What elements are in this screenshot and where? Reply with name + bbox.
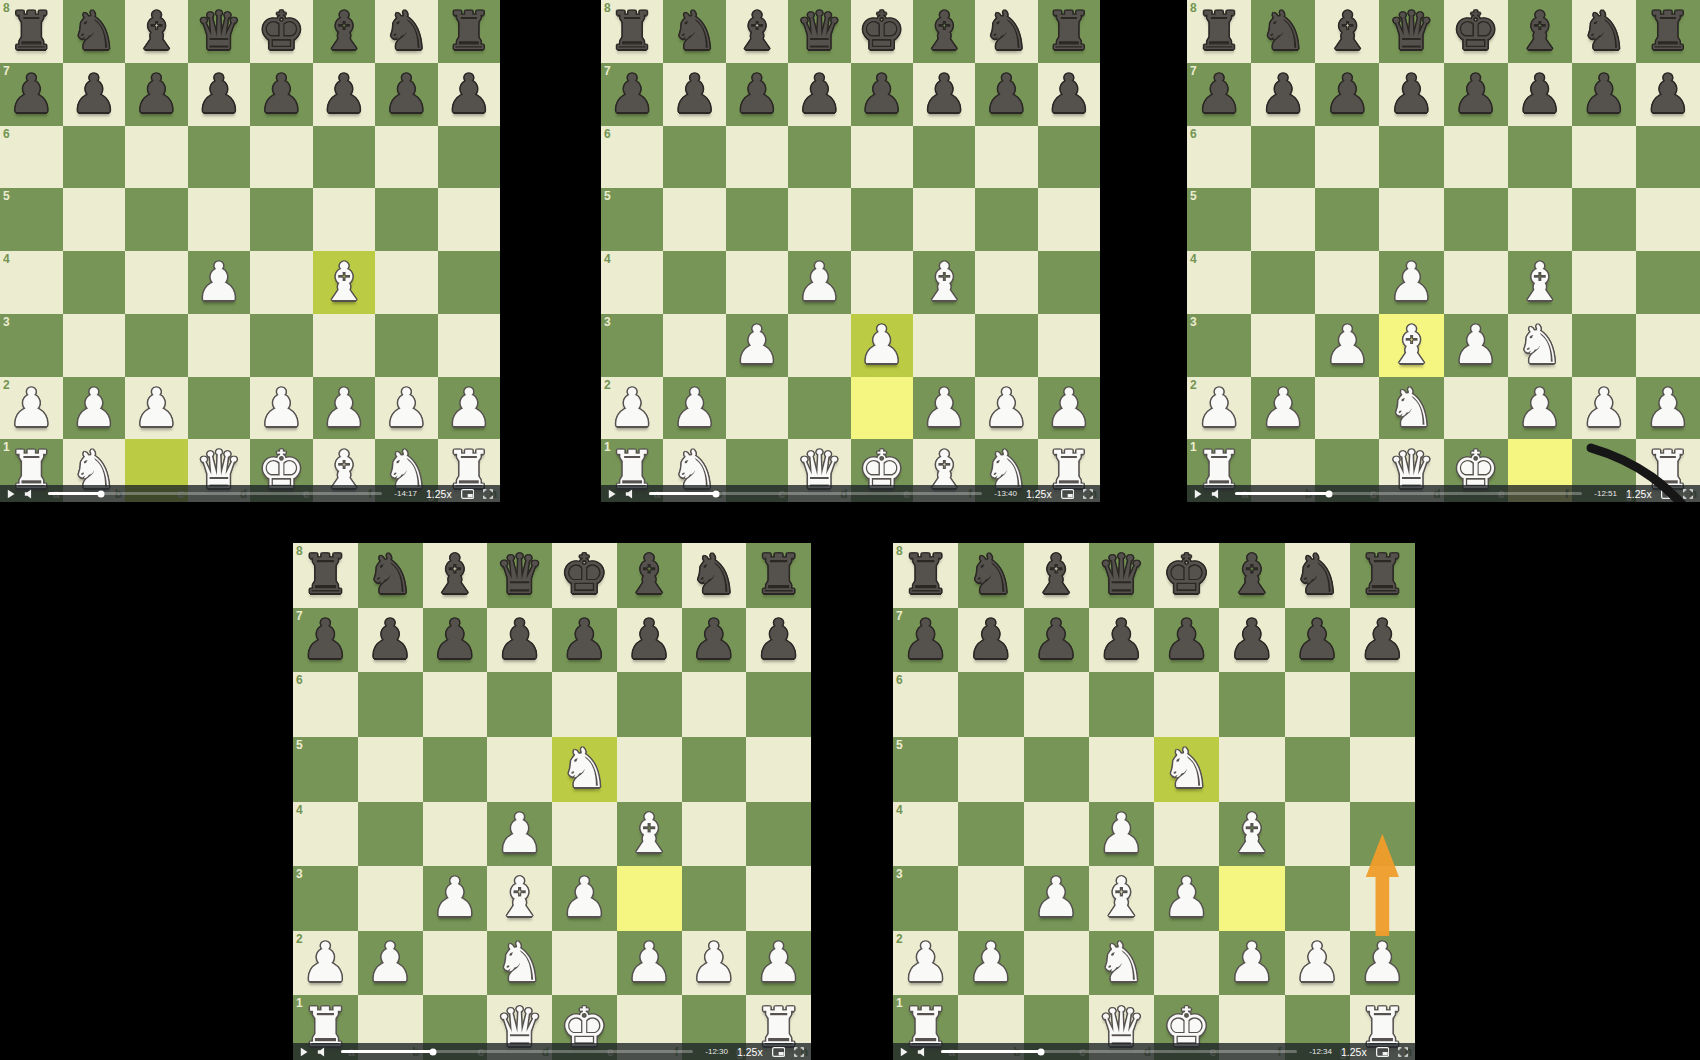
square-a2: 2♟	[1187, 377, 1251, 440]
time-remaining: -12:30	[705, 1047, 728, 1056]
rank-label-2: 2	[896, 932, 903, 946]
square-h2: ♟	[1038, 377, 1100, 440]
square-e8: ♚	[250, 0, 313, 63]
square-d4: ♟	[788, 251, 850, 314]
square-c4	[125, 251, 188, 314]
square-c6	[423, 672, 488, 737]
piece-white-pawn-a2: ♟	[609, 382, 656, 435]
chess-board-video-3[interactable]: 8♜♞♝♛♚♝♞♜7♟♟♟♟♟♟♟♟654♟♝3♟♝♟♞2♟♟♞♟♟♟1a♜bc…	[1187, 0, 1700, 502]
piece-black-pawn-d7: ♟	[1388, 68, 1435, 121]
square-f7: ♟	[617, 608, 682, 673]
play-icon[interactable]	[1194, 489, 1202, 499]
square-e2	[1444, 377, 1508, 440]
play-icon[interactable]	[608, 489, 616, 499]
piece-white-bishop-d3: ♝	[495, 871, 544, 925]
square-c8: ♝	[726, 0, 788, 63]
rank-label-4: 4	[1190, 252, 1197, 266]
rank-label-5: 5	[3, 189, 10, 203]
square-a8: 8♜	[293, 543, 358, 608]
piece-black-rook-h8: ♜	[1045, 5, 1092, 58]
square-d6	[188, 126, 251, 189]
piece-white-pawn-e2: ♟	[258, 382, 305, 435]
piece-black-king-e8: ♚	[560, 548, 609, 602]
volume-icon[interactable]	[917, 1047, 929, 1057]
square-h4	[1350, 802, 1415, 867]
piece-white-pawn-c3: ♟	[733, 319, 780, 372]
chess-board-video-4[interactable]: 8♜♞♝♛♚♝♞♜7♟♟♟♟♟♟♟♟65♞4♟♝3♟♝♟2♟♟♞♟♟♟1a♜bc…	[293, 543, 811, 1060]
piece-black-pawn-h7: ♟	[754, 613, 803, 667]
picture-in-picture-icon[interactable]	[772, 1047, 785, 1057]
square-h5	[1636, 188, 1700, 251]
square-e3: ♟	[851, 314, 913, 377]
square-g4	[1285, 802, 1350, 867]
square-a3: 3	[0, 314, 63, 377]
play-icon[interactable]	[7, 489, 15, 499]
square-g7: ♟	[1572, 63, 1636, 126]
square-d8: ♛	[188, 0, 251, 63]
piece-black-pawn-g7: ♟	[690, 613, 739, 667]
piece-white-pawn-d4: ♟	[796, 256, 843, 309]
square-g4	[975, 251, 1037, 314]
square-d5	[188, 188, 251, 251]
piece-white-bishop-f4: ♝	[1228, 807, 1277, 861]
piece-black-queen-d8: ♛	[796, 5, 843, 58]
square-d8: ♛	[788, 0, 850, 63]
progress-bar[interactable]	[941, 1050, 1297, 1053]
piece-white-knight-d2: ♞	[495, 936, 544, 990]
playback-speed-button[interactable]: 1.25x	[426, 488, 452, 500]
rank-label-1: 1	[3, 440, 10, 454]
piece-white-knight-d2: ♞	[1388, 382, 1435, 435]
square-f3	[617, 866, 682, 931]
square-c8: ♝	[125, 0, 188, 63]
square-e4	[552, 802, 617, 867]
piece-black-knight-b8: ♞	[1260, 5, 1307, 58]
piece-white-pawn-d4: ♟	[1097, 807, 1146, 861]
piece-black-rook-h8: ♜	[1644, 5, 1691, 58]
piece-black-knight-b8: ♞	[967, 548, 1016, 602]
piece-black-bishop-c8: ♝	[133, 5, 180, 58]
square-g2: ♟	[1285, 931, 1350, 996]
square-c5	[423, 737, 488, 802]
fullscreen-icon[interactable]	[1083, 489, 1093, 499]
volume-icon[interactable]	[317, 1047, 329, 1057]
square-c2	[423, 931, 488, 996]
square-a3: 3	[601, 314, 663, 377]
square-h4	[1038, 251, 1100, 314]
square-h8: ♜	[438, 0, 501, 63]
piece-black-knight-g8: ♞	[1293, 548, 1342, 602]
square-b5	[63, 188, 126, 251]
piece-white-pawn-h2: ♟	[445, 382, 492, 435]
piece-black-bishop-c8: ♝	[733, 5, 780, 58]
play-icon[interactable]	[900, 1047, 908, 1057]
rank-label-8: 8	[604, 1, 611, 15]
piece-black-pawn-e7: ♟	[258, 68, 305, 121]
piece-black-pawn-c7: ♟	[733, 68, 780, 121]
rank-label-8: 8	[1190, 1, 1197, 15]
piece-white-bishop-f4: ♝	[625, 807, 674, 861]
square-d6	[788, 126, 850, 189]
square-d7: ♟	[188, 63, 251, 126]
square-b4	[1251, 251, 1315, 314]
square-h5	[438, 188, 501, 251]
square-f3: ♞	[1508, 314, 1572, 377]
piece-white-pawn-c3: ♟	[431, 871, 480, 925]
square-c3: ♟	[423, 866, 488, 931]
square-g2: ♟	[1572, 377, 1636, 440]
time-remaining: -13:40	[994, 489, 1017, 498]
square-f6	[313, 126, 376, 189]
square-a6: 6	[293, 672, 358, 737]
piece-black-pawn-e7: ♟	[560, 613, 609, 667]
square-g4	[682, 802, 747, 867]
square-a3: 3	[1187, 314, 1251, 377]
square-h3	[438, 314, 501, 377]
piece-black-rook-h8: ♜	[1358, 548, 1407, 602]
piece-white-pawn-b2: ♟	[366, 936, 415, 990]
square-d2	[788, 377, 850, 440]
volume-icon[interactable]	[24, 489, 36, 499]
picture-in-picture-icon[interactable]	[1661, 489, 1674, 499]
square-b8: ♞	[63, 0, 126, 63]
time-remaining: -12:34	[1309, 1047, 1332, 1056]
rank-label-3: 3	[1190, 315, 1197, 329]
square-c2	[1024, 931, 1089, 996]
square-f7: ♟	[1219, 608, 1284, 673]
rank-label-7: 7	[1190, 64, 1197, 78]
square-f5	[617, 737, 682, 802]
piece-white-pawn-h2: ♟	[1358, 936, 1407, 990]
square-c7: ♟	[423, 608, 488, 673]
square-d4: ♟	[188, 251, 251, 314]
square-b6	[63, 126, 126, 189]
piece-white-knight-e5: ♞	[560, 742, 609, 796]
rank-label-3: 3	[896, 867, 903, 881]
time-remaining: -12:51	[1594, 489, 1617, 498]
square-f4: ♝	[1508, 251, 1572, 314]
piece-black-bishop-f8: ♝	[920, 5, 967, 58]
square-f6	[913, 126, 975, 189]
square-e4	[851, 251, 913, 314]
rank-label-5: 5	[1190, 189, 1197, 203]
chess-board-video-5[interactable]: 8♜♞♝♛♚♝♞♜7♟♟♟♟♟♟♟♟65♞4♟♝3♟♝♟2♟♟♞♟♟♟1a♜bc…	[893, 543, 1415, 1060]
video-controls: -12:34 1.25x	[893, 1043, 1415, 1060]
board-grid: 8♜♞♝♛♚♝♞♜7♟♟♟♟♟♟♟♟65♞4♟♝3♟♝♟2♟♟♞♟♟♟1a♜bc…	[293, 543, 811, 1060]
piece-white-pawn-d4: ♟	[1388, 256, 1435, 309]
square-b2: ♟	[358, 931, 423, 996]
piece-black-bishop-c8: ♝	[1324, 5, 1371, 58]
square-c7: ♟	[125, 63, 188, 126]
rank-label-7: 7	[3, 64, 10, 78]
progress-thumb[interactable]	[1037, 1048, 1044, 1055]
piece-black-rook-a8: ♜	[8, 5, 55, 58]
square-f5	[1219, 737, 1284, 802]
square-d5	[1089, 737, 1154, 802]
rank-label-8: 8	[896, 544, 903, 558]
square-a5: 5	[1187, 188, 1251, 251]
chess-board-video-1[interactable]: 8♜♞♝♛♚♝♞♜7♟♟♟♟♟♟♟♟654♟♝32♟♟♟♟♟♟♟1a♜b♞cd♛…	[0, 0, 500, 502]
square-e6	[851, 126, 913, 189]
piece-black-pawn-f7: ♟	[920, 68, 967, 121]
square-c7: ♟	[1315, 63, 1379, 126]
square-h5	[1350, 737, 1415, 802]
piece-white-bishop-f4: ♝	[920, 256, 967, 309]
play-icon[interactable]	[300, 1047, 308, 1057]
piece-black-bishop-f8: ♝	[1516, 5, 1563, 58]
square-b3	[1251, 314, 1315, 377]
rank-label-7: 7	[296, 609, 303, 623]
square-g5	[1572, 188, 1636, 251]
square-d3: ♝	[487, 866, 552, 931]
square-e5	[250, 188, 313, 251]
square-d3: ♝	[1379, 314, 1443, 377]
piece-white-bishop-f4: ♝	[1516, 256, 1563, 309]
square-d4: ♟	[487, 802, 552, 867]
board-grid: 8♜♞♝♛♚♝♞♜7♟♟♟♟♟♟♟♟65♞4♟♝3♟♝♟2♟♟♞♟♟♟1a♜bc…	[893, 543, 1415, 1060]
square-a7: 7♟	[893, 608, 958, 673]
square-c5	[726, 188, 788, 251]
square-f3	[1219, 866, 1284, 931]
square-g5	[1285, 737, 1350, 802]
square-b4	[63, 251, 126, 314]
chess-board-video-2[interactable]: 8♜♞♝♛♚♝♞♜7♟♟♟♟♟♟♟♟654♟♝3♟♟2♟♟♟♟♟1a♜b♞cd♛…	[601, 0, 1100, 502]
piece-black-pawn-g7: ♟	[983, 68, 1030, 121]
square-a2: 2♟	[893, 931, 958, 996]
rank-label-3: 3	[604, 315, 611, 329]
square-h3	[1038, 314, 1100, 377]
square-c2	[1315, 377, 1379, 440]
square-b3	[958, 866, 1023, 931]
piece-white-bishop-f4: ♝	[320, 256, 367, 309]
piece-black-knight-b8: ♞	[366, 548, 415, 602]
piece-black-pawn-d7: ♟	[796, 68, 843, 121]
fullscreen-icon[interactable]	[794, 1047, 804, 1057]
progress-thumb[interactable]	[98, 490, 105, 497]
piece-black-pawn-a7: ♟	[8, 68, 55, 121]
square-d8: ♛	[1089, 543, 1154, 608]
progress-fill	[649, 492, 716, 495]
playback-speed-button[interactable]: 1.25x	[1026, 488, 1052, 500]
square-h4	[1636, 251, 1700, 314]
progress-thumb[interactable]	[429, 1048, 436, 1055]
square-f3	[913, 314, 975, 377]
piece-black-knight-b8: ♞	[70, 5, 117, 58]
piece-black-queen-d8: ♛	[195, 5, 242, 58]
piece-white-pawn-d4: ♟	[495, 807, 544, 861]
square-f2: ♟	[313, 377, 376, 440]
rank-label-6: 6	[3, 127, 10, 141]
square-d2: ♞	[1089, 931, 1154, 996]
square-g2: ♟	[682, 931, 747, 996]
square-e5: ♞	[552, 737, 617, 802]
picture-in-picture-icon[interactable]	[1061, 489, 1074, 499]
square-g8: ♞	[1285, 543, 1350, 608]
square-f8: ♝	[1508, 0, 1572, 63]
square-d3	[188, 314, 251, 377]
square-c7: ♟	[726, 63, 788, 126]
progress-fill	[341, 1050, 433, 1053]
rank-label-2: 2	[1190, 378, 1197, 392]
piece-white-pawn-h2: ♟	[1644, 382, 1691, 435]
square-a7: 7♟	[0, 63, 63, 126]
square-g2: ♟	[375, 377, 438, 440]
square-f6	[1219, 672, 1284, 737]
piece-black-pawn-a7: ♟	[901, 613, 950, 667]
progress-bar[interactable]	[649, 492, 982, 495]
piece-black-pawn-b7: ♟	[1260, 68, 1307, 121]
square-a8: 8♜	[601, 0, 663, 63]
fullscreen-icon[interactable]	[1398, 1047, 1408, 1057]
progress-thumb[interactable]	[712, 490, 719, 497]
piece-black-king-e8: ♚	[1452, 5, 1499, 58]
progress-thumb[interactable]	[1325, 490, 1332, 497]
square-b6	[1251, 126, 1315, 189]
piece-white-pawn-g2: ♟	[1580, 382, 1627, 435]
square-c3: ♟	[1024, 866, 1089, 931]
square-e3: ♟	[1444, 314, 1508, 377]
square-a4: 4	[1187, 251, 1251, 314]
square-f4: ♝	[313, 251, 376, 314]
video-controls: -13:40 1.25x	[601, 485, 1100, 502]
rank-label-2: 2	[604, 378, 611, 392]
square-f4: ♝	[617, 802, 682, 867]
square-c3: ♟	[1315, 314, 1379, 377]
square-b8: ♞	[358, 543, 423, 608]
rank-label-2: 2	[296, 932, 303, 946]
square-e6	[250, 126, 313, 189]
square-d5	[487, 737, 552, 802]
progress-fill	[1235, 492, 1329, 495]
piece-white-pawn-e3: ♟	[1452, 319, 1499, 372]
square-g8: ♞	[375, 0, 438, 63]
piece-white-pawn-f2: ♟	[1228, 936, 1277, 990]
piece-white-pawn-b2: ♟	[967, 936, 1016, 990]
square-g3	[375, 314, 438, 377]
square-e8: ♚	[1444, 0, 1508, 63]
square-d3: ♝	[1089, 866, 1154, 931]
piece-black-king-e8: ♚	[858, 5, 905, 58]
piece-black-rook-a8: ♜	[1195, 5, 1242, 58]
square-c5	[125, 188, 188, 251]
square-b3	[663, 314, 725, 377]
piece-white-pawn-f2: ♟	[625, 936, 674, 990]
square-e4	[250, 251, 313, 314]
progress-bar[interactable]	[341, 1050, 693, 1053]
piece-black-rook-a8: ♜	[301, 548, 350, 602]
square-c5	[1315, 188, 1379, 251]
square-d5	[788, 188, 850, 251]
volume-icon[interactable]	[1211, 489, 1223, 499]
square-f4: ♝	[913, 251, 975, 314]
square-d7: ♟	[1089, 608, 1154, 673]
square-g3	[1285, 866, 1350, 931]
square-h6	[438, 126, 501, 189]
square-c7: ♟	[1024, 608, 1089, 673]
rank-label-2: 2	[3, 378, 10, 392]
progress-bar[interactable]	[1235, 492, 1582, 495]
square-f6	[1508, 126, 1572, 189]
square-e2: ♟	[250, 377, 313, 440]
piece-black-pawn-e7: ♟	[858, 68, 905, 121]
square-b2: ♟	[63, 377, 126, 440]
square-f8: ♝	[1219, 543, 1284, 608]
square-e5	[1444, 188, 1508, 251]
piece-white-pawn-e3: ♟	[560, 871, 609, 925]
piece-black-pawn-g7: ♟	[383, 68, 430, 121]
square-b5	[958, 737, 1023, 802]
square-d3	[788, 314, 850, 377]
piece-white-pawn-c2: ♟	[133, 382, 180, 435]
square-h3	[1636, 314, 1700, 377]
square-g5	[682, 737, 747, 802]
volume-icon[interactable]	[625, 489, 637, 499]
square-a8: 8♜	[1187, 0, 1251, 63]
square-h8: ♜	[746, 543, 811, 608]
square-a8: 8♜	[0, 0, 63, 63]
square-b2: ♟	[958, 931, 1023, 996]
square-h6	[1636, 126, 1700, 189]
picture-in-picture-icon[interactable]	[461, 489, 474, 499]
square-b7: ♟	[358, 608, 423, 673]
progress-fill	[48, 492, 101, 495]
piece-black-rook-h8: ♜	[754, 548, 803, 602]
rank-label-8: 8	[296, 544, 303, 558]
fullscreen-icon[interactable]	[483, 489, 493, 499]
square-g3	[975, 314, 1037, 377]
playback-speed-button[interactable]: 1.25x	[737, 1046, 763, 1058]
square-c4	[1024, 802, 1089, 867]
square-a3: 3	[293, 866, 358, 931]
rank-label-6: 6	[896, 673, 903, 687]
square-h8: ♜	[1636, 0, 1700, 63]
square-e8: ♚	[1154, 543, 1219, 608]
square-h4	[746, 802, 811, 867]
progress-bar[interactable]	[48, 492, 382, 495]
square-b6	[663, 126, 725, 189]
board-grid: 8♜♞♝♛♚♝♞♜7♟♟♟♟♟♟♟♟654♟♝3♟♟2♟♟♟♟♟1a♜b♞cd♛…	[601, 0, 1100, 502]
piece-black-rook-a8: ♜	[901, 548, 950, 602]
rank-label-4: 4	[896, 803, 903, 817]
square-b2: ♟	[663, 377, 725, 440]
square-b6	[958, 672, 1023, 737]
square-h8: ♜	[1038, 0, 1100, 63]
picture-in-picture-icon[interactable]	[1376, 1047, 1389, 1057]
square-e6	[1154, 672, 1219, 737]
playback-speed-button[interactable]: 1.25x	[1341, 1046, 1367, 1058]
square-f4: ♝	[1219, 802, 1284, 867]
piece-black-pawn-h7: ♟	[1358, 613, 1407, 667]
fullscreen-icon[interactable]	[1683, 489, 1693, 499]
square-g7: ♟	[682, 608, 747, 673]
square-c6	[125, 126, 188, 189]
piece-white-pawn-b2: ♟	[70, 382, 117, 435]
piece-black-pawn-e7: ♟	[1452, 68, 1499, 121]
piece-black-bishop-f8: ♝	[625, 548, 674, 602]
piece-black-pawn-c7: ♟	[1324, 68, 1371, 121]
piece-black-knight-g8: ♞	[983, 5, 1030, 58]
piece-white-pawn-b2: ♟	[1260, 382, 1307, 435]
square-e3	[250, 314, 313, 377]
piece-black-king-e8: ♚	[258, 5, 305, 58]
square-h6	[746, 672, 811, 737]
rank-label-7: 7	[896, 609, 903, 623]
playback-speed-button[interactable]: 1.25x	[1626, 488, 1652, 500]
square-e7: ♟	[250, 63, 313, 126]
piece-black-pawn-a7: ♟	[609, 68, 656, 121]
piece-white-knight-d2: ♞	[1097, 936, 1146, 990]
piece-black-pawn-g7: ♟	[1293, 613, 1342, 667]
